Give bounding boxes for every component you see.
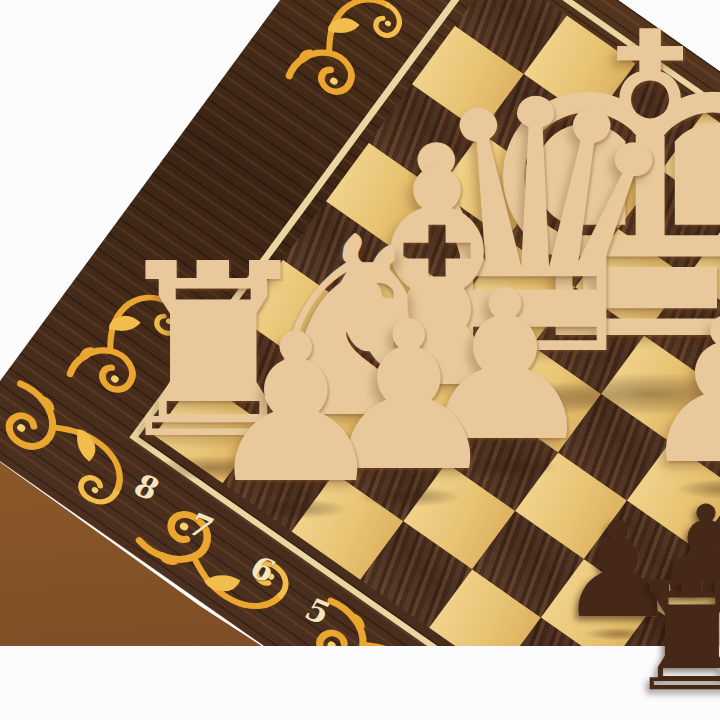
chess-set-photo: 8 7 6 5 ♜♟♞♟♝♟♛♚♟♟♟♜ bbox=[0, 0, 720, 720]
photo-bottom-margin bbox=[0, 646, 720, 720]
white-pawn-a7[interactable]: ♟ bbox=[204, 307, 388, 512]
black-rook-b2[interactable]: ♜ bbox=[625, 562, 720, 712]
white-pawn-d3[interactable]: ♟ bbox=[636, 292, 720, 492]
